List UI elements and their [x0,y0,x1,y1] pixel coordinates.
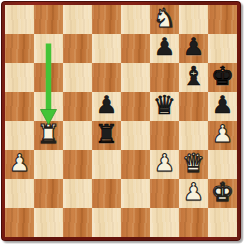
white-knight-f8[interactable]: ♞ [150,4,179,33]
square-d3[interactable] [92,150,121,179]
white-queen-g3[interactable]: ♛ [179,149,208,178]
square-f1[interactable] [150,208,179,237]
square-e8[interactable] [121,5,150,34]
square-f4[interactable] [150,121,179,150]
square-a6[interactable] [5,63,34,92]
square-a2[interactable] [5,179,34,208]
square-f5[interactable]: ♛ [150,92,179,121]
square-a3[interactable]: ♟ [5,150,34,179]
chess-diagram: ♞♟♟♝♚♟♛♟♜♜♟♟♟♛♟♚ [0,0,244,244]
black-queen-f5[interactable]: ♛ [150,91,179,120]
square-f8[interactable]: ♞ [150,5,179,34]
square-g6[interactable]: ♝ [179,63,208,92]
board-frame: ♞♟♟♝♚♟♛♟♜♜♟♟♟♛♟♚ [1,1,241,241]
square-b4[interactable]: ♜ [34,121,63,150]
square-d2[interactable] [92,179,121,208]
white-rook-b4[interactable]: ♜ [34,120,63,149]
white-pawn-a3[interactable]: ♟ [5,149,34,178]
square-f3[interactable]: ♟ [150,150,179,179]
square-g1[interactable] [179,208,208,237]
square-c5[interactable] [63,92,92,121]
square-b1[interactable] [34,208,63,237]
square-c2[interactable] [63,179,92,208]
square-b5[interactable] [34,92,63,121]
white-pawn-f3[interactable]: ♟ [150,149,179,178]
square-f7[interactable]: ♟ [150,34,179,63]
black-rook-d4[interactable]: ♜ [92,120,121,149]
white-pawn-h4[interactable]: ♟ [208,120,237,149]
square-g5[interactable] [179,92,208,121]
square-e7[interactable] [121,34,150,63]
square-h8[interactable] [208,5,237,34]
square-g2[interactable]: ♟ [179,179,208,208]
square-d8[interactable] [92,5,121,34]
square-g7[interactable]: ♟ [179,34,208,63]
square-d6[interactable] [92,63,121,92]
square-g8[interactable] [179,5,208,34]
black-bishop-g6[interactable]: ♝ [179,62,208,91]
square-a7[interactable] [5,34,34,63]
square-c3[interactable] [63,150,92,179]
square-h2[interactable]: ♚ [208,179,237,208]
square-e3[interactable] [121,150,150,179]
square-c8[interactable] [63,5,92,34]
black-pawn-d5[interactable]: ♟ [92,91,121,120]
chess-board[interactable]: ♞♟♟♝♚♟♛♟♜♜♟♟♟♛♟♚ [5,5,237,237]
board-area: ♞♟♟♝♚♟♛♟♜♜♟♟♟♛♟♚ [5,5,237,237]
black-pawn-g7[interactable]: ♟ [179,33,208,62]
square-d7[interactable] [92,34,121,63]
square-b2[interactable] [34,179,63,208]
black-pawn-f7[interactable]: ♟ [150,33,179,62]
square-a1[interactable] [5,208,34,237]
square-a8[interactable] [5,5,34,34]
square-h5[interactable]: ♟ [208,92,237,121]
square-a4[interactable] [5,121,34,150]
square-h1[interactable] [208,208,237,237]
square-e2[interactable] [121,179,150,208]
square-b6[interactable] [34,63,63,92]
square-f6[interactable] [150,63,179,92]
black-pawn-h5[interactable]: ♟ [208,91,237,120]
square-b8[interactable] [34,5,63,34]
square-h3[interactable] [208,150,237,179]
square-c7[interactable] [63,34,92,63]
square-c1[interactable] [63,208,92,237]
square-h7[interactable] [208,34,237,63]
square-d4[interactable]: ♜ [92,121,121,150]
square-e5[interactable] [121,92,150,121]
black-king-h6[interactable]: ♚ [208,62,237,91]
square-d1[interactable] [92,208,121,237]
square-h6[interactable]: ♚ [208,63,237,92]
square-a5[interactable] [5,92,34,121]
square-h4[interactable]: ♟ [208,121,237,150]
square-c6[interactable] [63,63,92,92]
square-g3[interactable]: ♛ [179,150,208,179]
square-b7[interactable] [34,34,63,63]
square-d5[interactable]: ♟ [92,92,121,121]
square-e4[interactable] [121,121,150,150]
white-king-h2[interactable]: ♚ [208,178,237,207]
square-e6[interactable] [121,63,150,92]
square-c4[interactable] [63,121,92,150]
square-b3[interactable] [34,150,63,179]
white-pawn-g2[interactable]: ♟ [179,178,208,207]
square-g4[interactable] [179,121,208,150]
square-e1[interactable] [121,208,150,237]
square-f2[interactable] [150,179,179,208]
